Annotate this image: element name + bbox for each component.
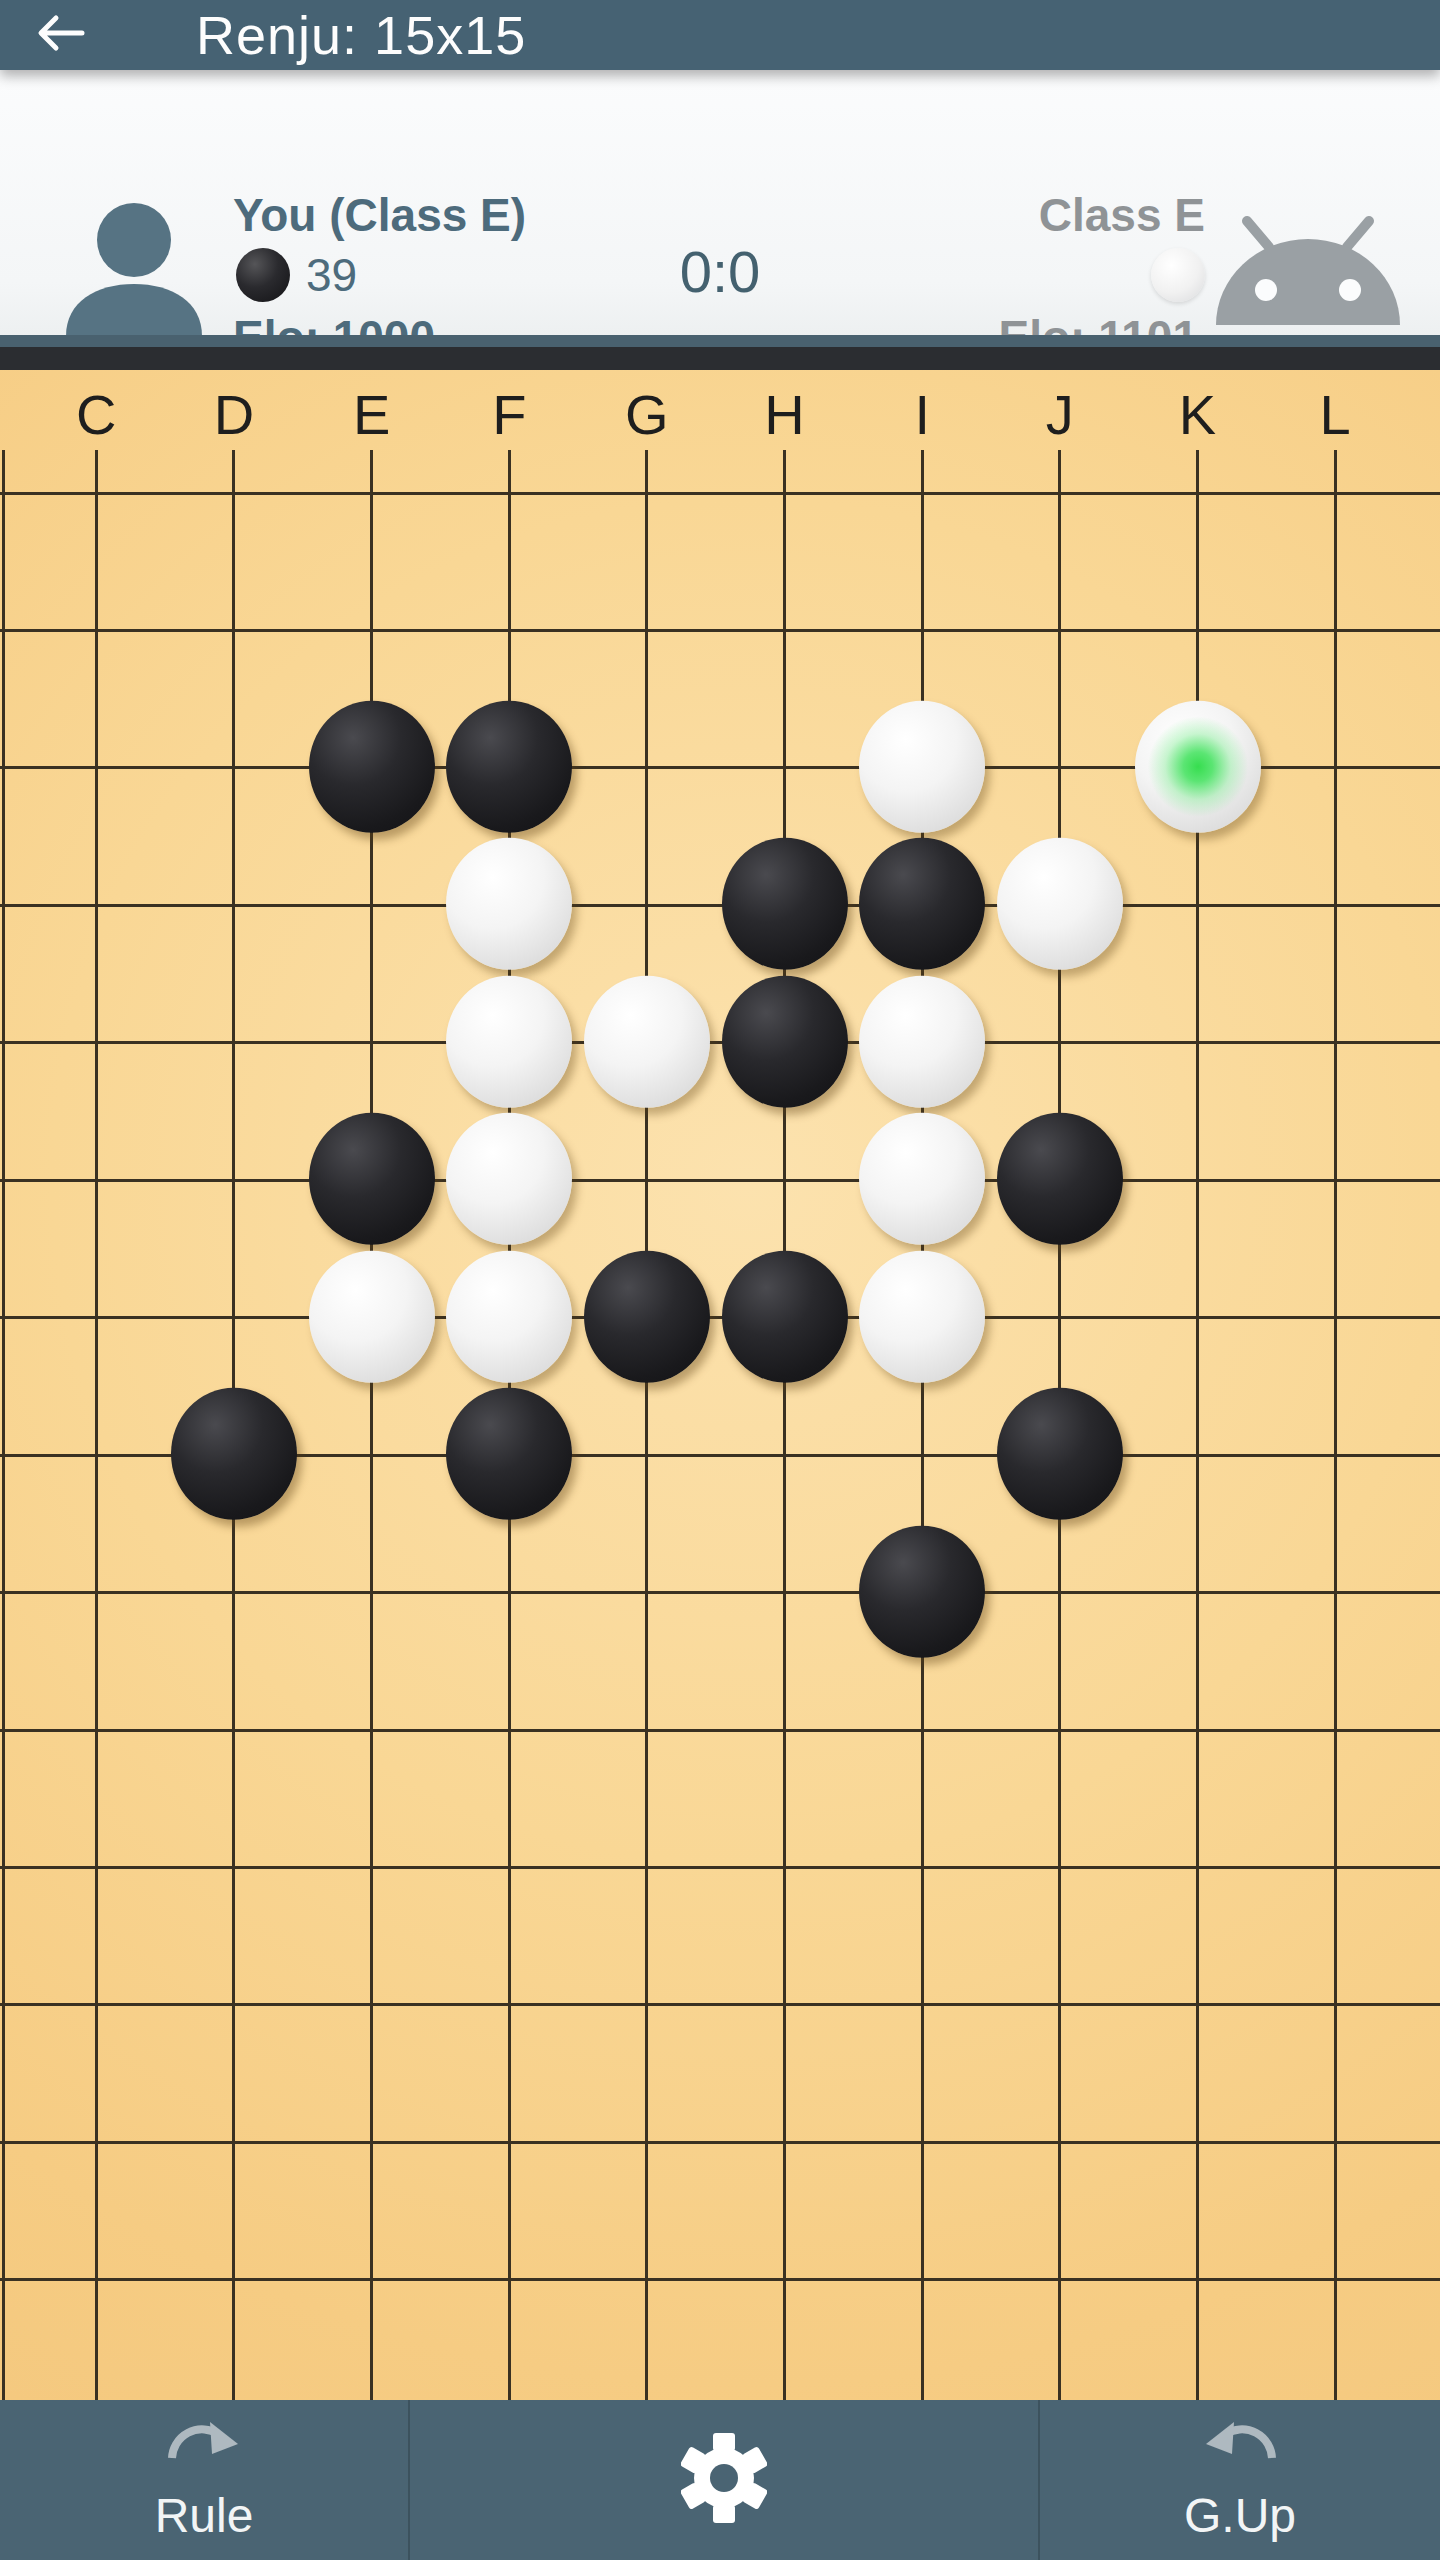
grid-hline-row-2 (0, 2278, 1440, 2281)
page-title: Renju: 15x15 (196, 4, 526, 66)
stone-black-H12 (722, 838, 848, 970)
column-label-I: I (862, 382, 982, 447)
column-label-G: G (587, 382, 707, 447)
stone-black-D8 (171, 1388, 297, 1520)
rule-button[interactable]: Rule (0, 2400, 408, 2560)
grid-hline-row-3 (0, 2141, 1440, 2144)
grid-hline-row-14 (0, 629, 1440, 632)
grid-hline-row-9 (0, 1316, 1440, 1319)
stone-black-I7 (859, 1525, 985, 1657)
grid-hline-row-15 (0, 492, 1440, 495)
stone-white-G11 (584, 975, 710, 1107)
stone-black-G9 (584, 1250, 710, 1382)
stone-last-move-white-K13 (1135, 701, 1261, 833)
grid-vline-C (95, 450, 98, 2400)
column-label-H: H (725, 382, 845, 447)
opponent-name: Class E (1039, 188, 1205, 242)
stone-white-F12 (446, 838, 572, 970)
grid-hline-row-7 (0, 1591, 1440, 1594)
column-label-D: D (174, 382, 294, 447)
stone-black-E10 (309, 1113, 435, 1245)
gear-icon (681, 2433, 767, 2527)
column-label-C: C (36, 382, 156, 447)
stone-white-E9 (309, 1250, 435, 1382)
stone-black-J10 (997, 1113, 1123, 1245)
player-you-counter: 39 (306, 248, 357, 302)
stone-white-I10 (859, 1113, 985, 1245)
stone-black-I12 (859, 838, 985, 970)
stone-white-J12 (997, 838, 1123, 970)
stone-black-H9 (722, 1250, 848, 1382)
black-stone-icon (236, 248, 290, 302)
renju-board-grid[interactable]: CDEFGHIJKL (0, 370, 1440, 2400)
column-label-F: F (449, 382, 569, 447)
column-label-K: K (1138, 382, 1258, 447)
divider-dark (0, 347, 1440, 370)
white-stone-icon (1151, 248, 1205, 302)
stone-black-J8 (997, 1388, 1123, 1520)
give-up-button[interactable]: G.Up (1040, 2400, 1440, 2560)
android-robot-icon (1214, 215, 1402, 327)
give-up-label: G.Up (1040, 2488, 1440, 2543)
grid-hline-row-5 (0, 1866, 1440, 1869)
column-label-E: E (312, 382, 432, 447)
stone-white-I9 (859, 1250, 985, 1382)
grid-hline-row-6 (0, 1729, 1440, 1732)
player-panel: You (Class E) 39 Elo: 1000 0:0 Class E E… (0, 70, 1440, 335)
stone-black-H11 (722, 975, 848, 1107)
grid-hline-row-4 (0, 2003, 1440, 2006)
bottom-toolbar: Rule G.Up (0, 2400, 1440, 2560)
divider-slate (0, 335, 1440, 347)
stone-black-F13 (446, 701, 572, 833)
grid-hline-row-10 (0, 1179, 1440, 1182)
stone-white-F11 (446, 975, 572, 1107)
grid-hline-row-11 (0, 1041, 1440, 1044)
stone-white-F10 (446, 1113, 572, 1245)
board-edge-line (2, 450, 5, 2400)
stone-black-F8 (446, 1388, 572, 1520)
title-bar: Renju: 15x15 (0, 0, 1440, 70)
undo-arrow-icon (1202, 2420, 1278, 2468)
stone-white-F9 (446, 1250, 572, 1382)
column-label-L: L (1275, 382, 1395, 447)
arrow-left-icon (34, 13, 86, 57)
stone-black-E13 (309, 701, 435, 833)
person-avatar-icon (60, 190, 210, 350)
grid-hline-row-12 (0, 904, 1440, 907)
grid-vline-H (783, 450, 786, 2400)
grid-vline-G (645, 450, 648, 2400)
score-display: 0:0 (570, 238, 870, 305)
player-you-name: You (Class E) (233, 188, 526, 242)
rule-label: Rule (0, 2488, 408, 2543)
column-label-J: J (1000, 382, 1120, 447)
grid-vline-L (1334, 450, 1337, 2400)
settings-button[interactable] (408, 2400, 1040, 2560)
redo-arrow-icon (166, 2420, 242, 2468)
stone-white-I11 (859, 975, 985, 1107)
back-button[interactable] (0, 0, 120, 70)
stone-white-I13 (859, 701, 985, 833)
